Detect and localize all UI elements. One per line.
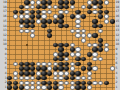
white-stone [64, 71, 69, 76]
black-stone [70, 14, 75, 19]
white-stone [70, 52, 75, 57]
board-cell-r4-c12[interactable] [70, 14, 76, 19]
black-stone [47, 19, 52, 24]
black-stone [81, 85, 86, 90]
right-coord-label-1: 1 [115, 85, 120, 90]
board-cell-r3-c16[interactable] [92, 9, 98, 14]
black-stone [98, 0, 103, 5]
board-cell-r5-c10[interactable] [58, 19, 64, 24]
white-stone [75, 19, 80, 24]
board-cell-r14-c13[interactable] [75, 62, 81, 67]
white-stone [75, 33, 80, 38]
board-cell-r19-c7[interactable] [41, 85, 47, 90]
left-coordinate-gutter: 19181716151413121110987654321 [0, 0, 7, 90]
white-stone [19, 29, 24, 34]
black-stone [41, 0, 46, 5]
black-stone [30, 71, 35, 76]
white-stone [13, 71, 18, 76]
white-stone [87, 0, 92, 5]
board-cell-r19-c3[interactable] [18, 85, 24, 90]
board-cell-r19-c12[interactable] [70, 85, 76, 90]
black-stone [87, 52, 92, 57]
white-stone [75, 24, 80, 29]
board-cell-r5-c9[interactable] [52, 19, 58, 24]
right-coordinate-gutter: 19181716151413121110987654321 [115, 0, 120, 90]
board-cell-r12-c15[interactable] [87, 52, 93, 57]
white-stone [70, 85, 75, 90]
black-stone [19, 71, 24, 76]
white-stone [36, 0, 41, 5]
board-cell-r5-c8[interactable] [47, 19, 53, 24]
board-cell-r19-c13[interactable] [75, 85, 81, 90]
black-stone [47, 0, 52, 5]
white-stone [41, 85, 46, 90]
board-cell-r5-c18[interactable] [104, 19, 110, 24]
black-stone [58, 0, 63, 5]
black-stone [92, 24, 97, 29]
go-board [7, 0, 115, 90]
black-stone [58, 24, 63, 29]
board-cell-r19-c4[interactable] [24, 85, 30, 90]
board-cell-r6-c4[interactable] [24, 24, 30, 29]
white-stone [36, 19, 41, 24]
black-stone [75, 71, 80, 76]
board-cell-r7-c3[interactable] [18, 28, 24, 33]
white-stone [30, 0, 35, 5]
black-stone [41, 76, 46, 81]
black-stone [30, 19, 35, 24]
board-cell-r7-c4[interactable] [24, 28, 30, 33]
black-stone [92, 33, 97, 38]
left-coord-label-1: 1 [0, 85, 7, 90]
black-stone [87, 10, 92, 15]
board-cell-r19-c9[interactable] [52, 85, 58, 90]
white-stone [92, 81, 97, 86]
black-stone [24, 71, 29, 76]
black-stone [53, 19, 58, 24]
white-stone [92, 5, 97, 10]
board-cell-r5-c6[interactable] [35, 19, 41, 24]
white-stone [58, 71, 63, 76]
white-stone [87, 33, 92, 38]
black-stone [70, 71, 75, 76]
white-stone [24, 29, 29, 34]
black-stone [75, 62, 80, 67]
black-stone [24, 24, 29, 29]
white-stone [13, 14, 18, 19]
white-stone [24, 85, 29, 90]
white-stone [58, 85, 63, 90]
white-stone [104, 0, 109, 5]
white-stone [24, 5, 29, 10]
white-stone [87, 85, 92, 90]
white-stone [104, 47, 109, 52]
black-stone [64, 0, 69, 5]
black-stone [47, 85, 52, 90]
white-stone [87, 71, 92, 76]
board-cell-r8-c16[interactable] [92, 33, 98, 38]
black-stone [70, 0, 75, 5]
black-stone [47, 33, 52, 38]
board-cell-r12-c12[interactable] [70, 52, 76, 57]
black-stone [58, 5, 63, 10]
white-stone [81, 38, 86, 43]
board-cell-r19-c6[interactable] [35, 85, 41, 90]
white-stone [58, 76, 63, 81]
white-stone [92, 66, 97, 71]
black-stone [41, 24, 46, 29]
black-stone [75, 85, 80, 90]
black-stone [24, 0, 29, 5]
white-stone [30, 85, 35, 90]
black-stone [41, 5, 46, 10]
board-cell-r5-c16[interactable] [92, 19, 98, 24]
board-cell-r5-c13[interactable] [75, 19, 81, 24]
black-stone [98, 38, 103, 43]
black-stone [92, 0, 97, 5]
white-stone [104, 19, 109, 24]
black-stone [47, 71, 52, 76]
board-cell-r8-c15[interactable] [87, 33, 93, 38]
black-stone [92, 19, 97, 24]
white-stone [36, 85, 41, 90]
black-stone [53, 85, 58, 90]
white-stone [53, 71, 58, 76]
black-stone [110, 19, 115, 24]
black-stone [58, 19, 63, 24]
white-stone [70, 29, 75, 34]
board-cell-r18-c16[interactable] [92, 81, 98, 86]
board-cell-r5-c5[interactable] [30, 19, 36, 24]
black-stone [19, 19, 24, 24]
white-stone [19, 24, 24, 29]
board-cell-r15-c16[interactable] [92, 66, 98, 71]
board-cell-r5-c3[interactable] [18, 19, 24, 24]
white-stone [24, 76, 29, 81]
board-cell-r1-c18[interactable] [104, 0, 110, 5]
white-stone [92, 10, 97, 15]
board-cell-r5-c4[interactable] [24, 19, 30, 24]
board-cell-r8-c13[interactable] [75, 33, 81, 38]
board-cell-r5-c7[interactable] [41, 19, 47, 24]
white-stone [36, 71, 41, 76]
white-stone [110, 66, 115, 71]
black-stone [41, 71, 46, 76]
black-stone [13, 85, 18, 90]
black-stone [19, 85, 24, 90]
white-stone [30, 33, 35, 38]
board-cell-r19-c10[interactable] [58, 85, 64, 90]
black-stone [41, 19, 46, 24]
black-stone [24, 19, 29, 24]
